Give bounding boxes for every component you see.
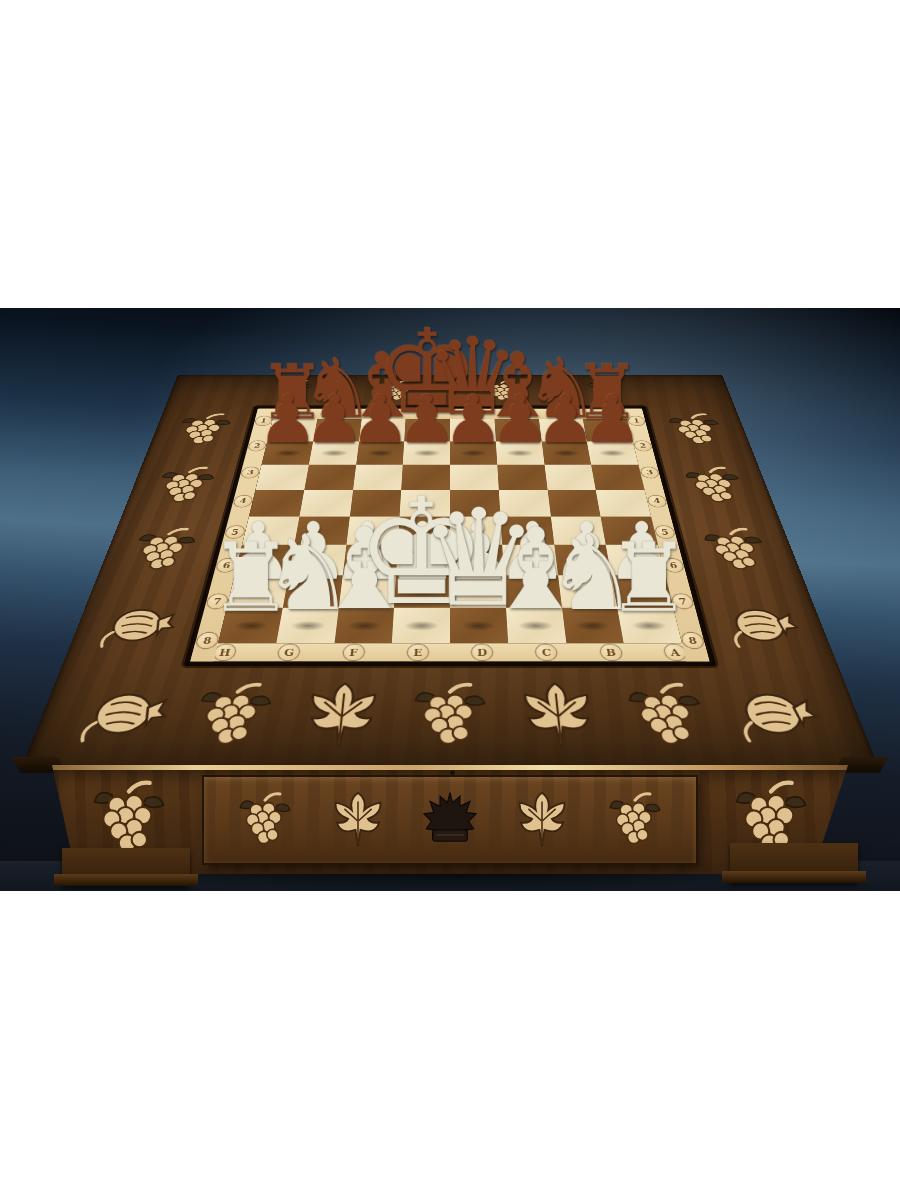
rank-label-right-3: 3: [640, 467, 659, 477]
grape-bunch-icon: [271, 379, 318, 403]
foot-step: [54, 874, 198, 886]
vine-leaf-icon: [511, 789, 573, 851]
pomegranate-icon: [715, 598, 811, 657]
product-photo: HGFEDCBA HGFEDCBA 12345678 12345678 ♜♞♝♚…: [0, 308, 900, 891]
vine-leaf-icon: [327, 789, 389, 851]
file-label-F: F: [343, 645, 364, 661]
vine-leaf-icon: [292, 679, 387, 753]
file-label-C: C: [536, 645, 557, 661]
foot-step: [722, 871, 866, 883]
grape-bunch-icon: [405, 679, 495, 753]
storage-drawer: [204, 777, 696, 863]
frame-band-near: [53, 670, 848, 764]
pomegranate-icon: [722, 679, 833, 753]
grape-bunch-icon: [582, 379, 629, 403]
pomegranate-icon: [67, 679, 178, 753]
marketplace-photo-page: HGFEDCBA HGFEDCBA 12345678 12345678 ♜♞♝♚…: [0, 0, 900, 1200]
grape-bunch-icon: [676, 464, 755, 507]
vine-leaf-icon: [512, 679, 607, 753]
pieces-layer: ♜♞♝♚♛♝♞♜♟♟♟♟♟♟♟♟♟♟♟♟♟♟♟♟♜♞♝♚♛♝♞♜: [218, 419, 682, 643]
file-label-D: D: [472, 645, 492, 661]
rank-label-left-8: 8: [196, 633, 219, 648]
foot-right: [730, 843, 858, 883]
file-labels-near: HGFEDCBA: [190, 643, 709, 661]
file-label-E: E: [408, 645, 428, 661]
pomegranate-icon: [89, 598, 185, 657]
grape-bunch-icon: [234, 789, 296, 851]
keyhole-dot: [450, 770, 455, 775]
file-label-G: G: [278, 645, 300, 661]
grape-bunch-icon: [694, 526, 781, 576]
rank-label-right-8: 8: [681, 633, 704, 648]
foot-left: [62, 848, 190, 886]
chess-box-top: HGFEDCBA HGFEDCBA 12345678 12345678 ♜♞♝♚…: [20, 375, 880, 771]
grape-bunch-icon: [481, 379, 524, 403]
grape-bunch-icon: [604, 789, 666, 851]
rank-label-left-3: 3: [241, 467, 260, 477]
crest-emblem-icon: [419, 789, 481, 851]
file-label-B: B: [600, 645, 622, 661]
grape-bunch-icon: [180, 679, 283, 753]
front-edge-highlight: [52, 765, 848, 770]
grape-bunch-icon: [145, 464, 224, 507]
grape-bunch-icon: [661, 412, 733, 449]
grape-bunch-icon: [617, 679, 720, 753]
grape-bunch-icon: [119, 526, 206, 576]
grape-bunch-icon: [376, 379, 419, 403]
grape-bunch-icon: [167, 412, 239, 449]
